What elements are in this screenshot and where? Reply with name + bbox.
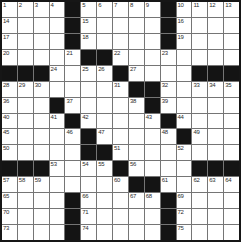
black-cell xyxy=(50,98,65,113)
clue-number: 50 xyxy=(3,145,9,152)
black-cell xyxy=(161,209,176,224)
white-cell[interactable]: 5 xyxy=(81,2,96,17)
white-cell[interactable] xyxy=(208,145,223,160)
white-cell[interactable]: 13 xyxy=(224,2,239,17)
black-cell xyxy=(161,193,176,208)
white-cell[interactable]: 68 xyxy=(145,193,160,208)
black-cell xyxy=(65,18,80,33)
white-cell[interactable]: 67 xyxy=(129,193,144,208)
black-cell xyxy=(65,209,80,224)
white-cell[interactable]: 41 xyxy=(50,114,65,129)
white-cell[interactable]: 10 xyxy=(177,2,192,17)
white-cell[interactable] xyxy=(97,114,112,129)
white-cell[interactable] xyxy=(192,145,207,160)
clue-number: 65 xyxy=(3,193,9,200)
black-cell xyxy=(65,225,80,240)
clue-number: 32 xyxy=(162,82,168,89)
white-cell[interactable] xyxy=(224,193,239,208)
white-cell[interactable] xyxy=(177,177,192,192)
black-cell xyxy=(81,50,96,65)
white-cell[interactable] xyxy=(129,50,144,65)
white-cell[interactable] xyxy=(113,34,128,49)
white-cell[interactable] xyxy=(224,50,239,65)
white-cell[interactable]: 11 xyxy=(192,2,207,17)
black-cell xyxy=(145,177,160,192)
clue-number: 63 xyxy=(209,177,215,184)
white-cell[interactable] xyxy=(34,114,49,129)
white-cell[interactable] xyxy=(18,98,33,113)
black-cell xyxy=(129,177,144,192)
white-cell[interactable]: 31 xyxy=(113,82,128,97)
white-cell[interactable]: 55 xyxy=(97,161,112,176)
white-cell[interactable] xyxy=(177,50,192,65)
white-cell[interactable] xyxy=(113,209,128,224)
clue-number: 20 xyxy=(3,50,9,57)
white-cell[interactable] xyxy=(34,193,49,208)
clue-number: 25 xyxy=(82,66,88,73)
white-cell[interactable]: 27 xyxy=(129,66,144,81)
clue-number: 73 xyxy=(3,225,9,232)
clue-number: 30 xyxy=(35,82,41,89)
white-cell[interactable] xyxy=(208,50,223,65)
white-cell[interactable] xyxy=(113,98,128,113)
white-cell[interactable]: 35 xyxy=(224,82,239,97)
white-cell[interactable]: 2 xyxy=(18,2,33,17)
black-cell xyxy=(65,114,80,129)
white-cell[interactable] xyxy=(192,34,207,49)
clue-number: 33 xyxy=(193,82,199,89)
clue-number: 70 xyxy=(3,209,9,216)
clue-number: 41 xyxy=(51,114,57,121)
white-cell[interactable]: 33 xyxy=(192,82,207,97)
white-cell[interactable]: 22 xyxy=(113,50,128,65)
white-cell[interactable] xyxy=(113,129,128,144)
white-cell[interactable] xyxy=(97,193,112,208)
white-cell[interactable]: 65 xyxy=(2,193,17,208)
white-cell[interactable]: 57 xyxy=(2,177,17,192)
white-cell[interactable] xyxy=(129,209,144,224)
clue-number: 59 xyxy=(35,177,41,184)
white-cell[interactable] xyxy=(177,98,192,113)
white-cell[interactable] xyxy=(192,98,207,113)
white-cell[interactable] xyxy=(224,129,239,144)
white-cell[interactable]: 16 xyxy=(177,18,192,33)
white-cell[interactable] xyxy=(145,145,160,160)
clue-number: 36 xyxy=(3,98,9,105)
white-cell[interactable]: 21 xyxy=(65,50,80,65)
white-cell[interactable]: 32 xyxy=(161,82,176,97)
white-cell[interactable] xyxy=(208,98,223,113)
white-cell[interactable] xyxy=(50,129,65,144)
white-cell[interactable]: 3 xyxy=(34,2,49,17)
white-cell[interactable] xyxy=(145,161,160,176)
clue-number: 34 xyxy=(209,82,215,89)
white-cell[interactable]: 60 xyxy=(113,177,128,192)
white-cell[interactable] xyxy=(145,209,160,224)
clue-number: 26 xyxy=(98,66,104,73)
white-cell[interactable] xyxy=(208,114,223,129)
black-cell xyxy=(161,2,176,17)
white-cell[interactable] xyxy=(113,18,128,33)
black-cell xyxy=(161,114,176,129)
white-cell[interactable] xyxy=(145,66,160,81)
clue-number: 24 xyxy=(51,66,57,73)
white-cell[interactable] xyxy=(18,129,33,144)
white-cell[interactable]: 29 xyxy=(18,82,33,97)
white-cell[interactable]: 43 xyxy=(145,114,160,129)
white-cell[interactable]: 51 xyxy=(113,145,128,160)
white-cell[interactable] xyxy=(34,18,49,33)
white-cell[interactable] xyxy=(192,50,207,65)
clue-number: 17 xyxy=(3,34,9,41)
white-cell[interactable] xyxy=(34,225,49,240)
white-cell[interactable] xyxy=(224,209,239,224)
white-cell[interactable]: 15 xyxy=(81,18,96,33)
clue-number: 47 xyxy=(98,129,104,136)
white-cell[interactable]: 62 xyxy=(192,177,207,192)
clue-number: 42 xyxy=(82,114,88,121)
clue-number: 18 xyxy=(82,34,88,41)
white-cell[interactable] xyxy=(177,82,192,97)
black-cell xyxy=(224,66,239,81)
white-cell[interactable]: 73 xyxy=(2,225,17,240)
white-cell[interactable]: 72 xyxy=(177,209,192,224)
clue-number: 55 xyxy=(98,161,104,168)
clue-number: 39 xyxy=(162,98,168,105)
black-cell xyxy=(2,66,17,81)
white-cell[interactable] xyxy=(113,193,128,208)
clue-number: 61 xyxy=(162,177,168,184)
clue-number: 19 xyxy=(178,34,184,41)
clue-number: 6 xyxy=(98,2,101,9)
white-cell[interactable]: 38 xyxy=(129,98,144,113)
black-cell xyxy=(161,34,176,49)
clue-number: 74 xyxy=(82,225,88,232)
clue-number: 69 xyxy=(178,193,184,200)
black-cell xyxy=(65,2,80,17)
white-cell[interactable] xyxy=(224,98,239,113)
clue-number: 66 xyxy=(82,193,88,200)
clue-number: 3 xyxy=(35,2,38,9)
white-cell[interactable]: 46 xyxy=(65,129,80,144)
clue-number: 54 xyxy=(82,161,88,168)
clue-number: 44 xyxy=(178,114,184,121)
white-cell[interactable]: 9 xyxy=(145,2,160,17)
white-cell[interactable]: 75 xyxy=(177,225,192,240)
white-cell[interactable]: 63 xyxy=(208,177,223,192)
white-cell[interactable] xyxy=(18,193,33,208)
white-cell[interactable]: 8 xyxy=(129,2,144,17)
white-cell[interactable] xyxy=(224,34,239,49)
white-cell[interactable] xyxy=(97,82,112,97)
clue-number: 9 xyxy=(146,2,149,9)
white-cell[interactable] xyxy=(50,193,65,208)
white-cell[interactable] xyxy=(81,82,96,97)
white-cell[interactable] xyxy=(50,225,65,240)
white-cell[interactable] xyxy=(50,145,65,160)
clue-number: 12 xyxy=(209,2,215,9)
white-cell[interactable] xyxy=(177,161,192,176)
white-cell[interactable] xyxy=(65,177,80,192)
white-cell[interactable] xyxy=(177,66,192,81)
white-cell[interactable] xyxy=(129,114,144,129)
white-cell[interactable] xyxy=(34,50,49,65)
black-cell xyxy=(97,145,112,160)
clue-number: 75 xyxy=(178,225,184,232)
white-cell[interactable]: 17 xyxy=(2,34,17,49)
white-cell[interactable] xyxy=(224,114,239,129)
white-cell[interactable] xyxy=(34,209,49,224)
clue-number: 38 xyxy=(130,98,136,105)
white-cell[interactable] xyxy=(97,177,112,192)
white-cell[interactable]: 34 xyxy=(208,82,223,97)
white-cell[interactable]: 14 xyxy=(2,18,17,33)
white-cell[interactable] xyxy=(81,98,96,113)
clue-number: 8 xyxy=(130,2,133,9)
white-cell[interactable] xyxy=(65,145,80,160)
white-cell[interactable] xyxy=(224,18,239,33)
white-cell[interactable]: 24 xyxy=(50,66,65,81)
white-cell[interactable] xyxy=(192,193,207,208)
black-cell xyxy=(81,145,96,160)
white-cell[interactable] xyxy=(18,18,33,33)
white-cell[interactable]: 42 xyxy=(81,114,96,129)
white-cell[interactable] xyxy=(224,145,239,160)
white-cell[interactable]: 4 xyxy=(50,2,65,17)
white-cell[interactable]: 25 xyxy=(81,66,96,81)
clue-number: 57 xyxy=(3,177,9,184)
white-cell[interactable] xyxy=(208,209,223,224)
clue-number: 22 xyxy=(114,50,120,57)
white-cell[interactable]: 50 xyxy=(2,145,17,160)
white-cell[interactable]: 30 xyxy=(34,82,49,97)
white-cell[interactable]: 44 xyxy=(177,114,192,129)
crossword-grid: 1234567891011121314151617181920212223242… xyxy=(0,0,241,242)
black-cell xyxy=(34,161,49,176)
white-cell[interactable] xyxy=(113,114,128,129)
white-cell[interactable] xyxy=(50,209,65,224)
white-cell[interactable]: 23 xyxy=(161,50,176,65)
white-cell[interactable] xyxy=(50,177,65,192)
white-cell[interactable]: 37 xyxy=(65,98,80,113)
white-cell[interactable] xyxy=(161,161,176,176)
clue-number: 7 xyxy=(114,2,117,9)
white-cell[interactable]: 19 xyxy=(177,34,192,49)
white-cell[interactable]: 56 xyxy=(129,161,144,176)
clue-number: 43 xyxy=(146,114,152,121)
white-cell[interactable] xyxy=(208,18,223,33)
white-cell[interactable]: 26 xyxy=(97,66,112,81)
white-cell[interactable] xyxy=(129,145,144,160)
white-cell[interactable] xyxy=(18,209,33,224)
white-cell[interactable] xyxy=(18,50,33,65)
white-cell[interactable]: 12 xyxy=(208,2,223,17)
white-cell[interactable] xyxy=(192,209,207,224)
white-cell[interactable]: 49 xyxy=(192,129,207,144)
white-cell[interactable] xyxy=(208,129,223,144)
clue-number: 2 xyxy=(19,2,22,9)
white-cell[interactable] xyxy=(145,225,160,240)
clue-number: 67 xyxy=(130,193,136,200)
clue-number: 1 xyxy=(3,2,6,9)
white-cell[interactable]: 54 xyxy=(81,161,96,176)
white-cell[interactable]: 47 xyxy=(97,129,112,144)
white-cell[interactable]: 71 xyxy=(81,209,96,224)
white-cell[interactable]: 45 xyxy=(2,129,17,144)
white-cell[interactable] xyxy=(208,193,223,208)
white-cell[interactable] xyxy=(34,145,49,160)
white-cell[interactable]: 28 xyxy=(2,82,17,97)
black-cell xyxy=(192,161,207,176)
white-cell[interactable] xyxy=(18,34,33,49)
clue-number: 62 xyxy=(193,177,199,184)
clue-number: 56 xyxy=(130,161,136,168)
clue-number: 37 xyxy=(66,98,72,105)
black-cell xyxy=(97,50,112,65)
clue-number: 28 xyxy=(3,82,9,89)
black-cell xyxy=(65,193,80,208)
clue-number: 71 xyxy=(82,209,88,216)
clue-number: 53 xyxy=(51,161,57,168)
black-cell xyxy=(208,161,223,176)
white-cell[interactable]: 52 xyxy=(177,145,192,160)
clue-number: 27 xyxy=(130,66,136,73)
black-cell xyxy=(18,161,33,176)
clue-number: 4 xyxy=(51,2,54,9)
white-cell[interactable] xyxy=(18,225,33,240)
clue-number: 51 xyxy=(114,145,120,152)
white-cell[interactable]: 59 xyxy=(34,177,49,192)
white-cell[interactable] xyxy=(145,50,160,65)
clue-number: 49 xyxy=(193,129,199,136)
clue-number: 21 xyxy=(66,50,72,57)
white-cell[interactable] xyxy=(129,225,144,240)
white-cell[interactable]: 53 xyxy=(50,161,65,176)
clue-number: 46 xyxy=(66,129,72,136)
black-cell xyxy=(208,66,223,81)
white-cell[interactable]: 6 xyxy=(97,2,112,17)
clue-number: 60 xyxy=(114,177,120,184)
black-cell xyxy=(81,129,96,144)
clue-number: 15 xyxy=(82,18,88,25)
black-cell xyxy=(161,18,176,33)
white-cell[interactable] xyxy=(161,66,176,81)
white-cell[interactable] xyxy=(18,114,33,129)
black-cell xyxy=(161,225,176,240)
white-cell[interactable] xyxy=(97,225,112,240)
white-cell[interactable] xyxy=(65,161,80,176)
white-cell[interactable]: 74 xyxy=(81,225,96,240)
white-cell[interactable] xyxy=(208,225,223,240)
white-cell[interactable] xyxy=(145,18,160,33)
black-cell xyxy=(145,82,160,97)
black-cell xyxy=(145,98,160,113)
black-cell xyxy=(34,66,49,81)
black-cell xyxy=(18,66,33,81)
clue-number: 10 xyxy=(178,2,184,9)
black-cell xyxy=(129,82,144,97)
clue-number: 45 xyxy=(3,129,9,136)
white-cell[interactable] xyxy=(34,34,49,49)
black-cell xyxy=(192,66,207,81)
white-cell[interactable]: 40 xyxy=(2,114,17,129)
white-cell[interactable]: 39 xyxy=(161,98,176,113)
clue-number: 72 xyxy=(178,209,184,216)
white-cell[interactable]: 64 xyxy=(224,177,239,192)
clue-number: 5 xyxy=(82,2,85,9)
white-cell[interactable] xyxy=(161,145,176,160)
white-cell[interactable] xyxy=(18,145,33,160)
clue-number: 31 xyxy=(114,82,120,89)
white-cell[interactable]: 7 xyxy=(113,2,128,17)
black-cell xyxy=(2,161,17,176)
white-cell[interactable] xyxy=(34,98,49,113)
black-cell xyxy=(113,161,128,176)
white-cell[interactable]: 20 xyxy=(2,50,17,65)
clue-number: 29 xyxy=(19,82,25,89)
white-cell[interactable] xyxy=(97,98,112,113)
black-cell xyxy=(65,34,80,49)
white-cell[interactable]: 58 xyxy=(18,177,33,192)
white-cell[interactable] xyxy=(129,18,144,33)
black-cell xyxy=(224,161,239,176)
white-cell[interactable] xyxy=(129,34,144,49)
clue-number: 64 xyxy=(225,177,231,184)
white-cell[interactable] xyxy=(97,34,112,49)
white-cell[interactable] xyxy=(97,209,112,224)
white-cell[interactable] xyxy=(208,34,223,49)
white-cell[interactable]: 36 xyxy=(2,98,17,113)
white-cell[interactable] xyxy=(81,177,96,192)
white-cell[interactable]: 66 xyxy=(81,193,96,208)
clue-number: 40 xyxy=(3,114,9,121)
clue-number: 35 xyxy=(225,82,231,89)
clue-number: 13 xyxy=(225,2,231,9)
clue-number: 58 xyxy=(19,177,25,184)
white-cell[interactable] xyxy=(192,225,207,240)
clue-number: 11 xyxy=(193,2,199,9)
white-cell[interactable]: 69 xyxy=(177,193,192,208)
white-cell[interactable] xyxy=(129,129,144,144)
clue-number: 48 xyxy=(162,129,168,136)
white-cell[interactable] xyxy=(145,129,160,144)
white-cell[interactable] xyxy=(65,82,80,97)
white-cell[interactable] xyxy=(50,18,65,33)
white-cell[interactable]: 48 xyxy=(161,129,176,144)
white-cell[interactable] xyxy=(192,114,207,129)
white-cell[interactable]: 18 xyxy=(81,34,96,49)
white-cell[interactable] xyxy=(145,34,160,49)
white-cell[interactable] xyxy=(34,129,49,144)
white-cell[interactable] xyxy=(50,34,65,49)
white-cell[interactable] xyxy=(113,225,128,240)
white-cell[interactable] xyxy=(65,66,80,81)
white-cell[interactable] xyxy=(192,18,207,33)
white-cell[interactable]: 1 xyxy=(2,2,17,17)
black-cell xyxy=(177,129,192,144)
white-cell[interactable]: 70 xyxy=(2,209,17,224)
white-cell[interactable] xyxy=(50,82,65,97)
white-cell[interactable] xyxy=(97,18,112,33)
clue-number: 16 xyxy=(178,18,184,25)
clue-number: 14 xyxy=(3,18,9,25)
black-cell xyxy=(113,66,128,81)
clue-number: 23 xyxy=(162,50,168,57)
clue-number: 68 xyxy=(146,193,152,200)
white-cell[interactable] xyxy=(224,225,239,240)
white-cell[interactable] xyxy=(50,50,65,65)
white-cell[interactable]: 61 xyxy=(161,177,176,192)
